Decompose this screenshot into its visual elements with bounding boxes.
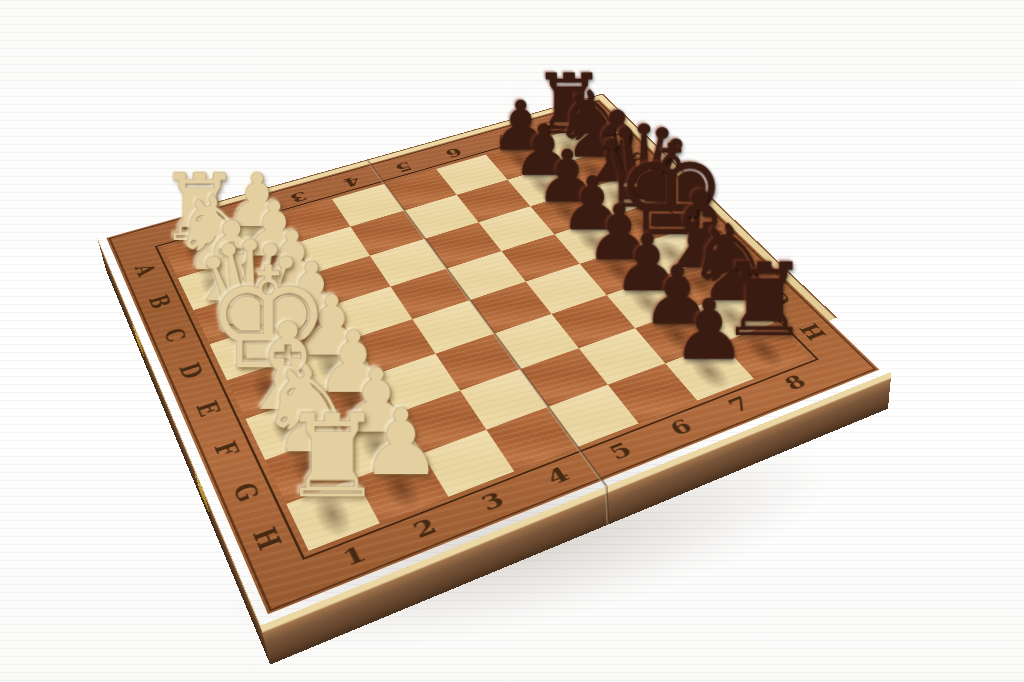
fold-seam-side [605, 486, 610, 525]
piece-white-rook-h1: ♜ [243, 385, 422, 514]
chess-board: 12345678 12345678 ABCDEFGH ABCDEFGH ♜♞♝♛… [97, 95, 892, 626]
piece-black-pawn-h7: ♟ [630, 275, 790, 371]
scene: 12345678 12345678 ABCDEFGH ABCDEFGH ♜♞♝♛… [0, 0, 1024, 682]
